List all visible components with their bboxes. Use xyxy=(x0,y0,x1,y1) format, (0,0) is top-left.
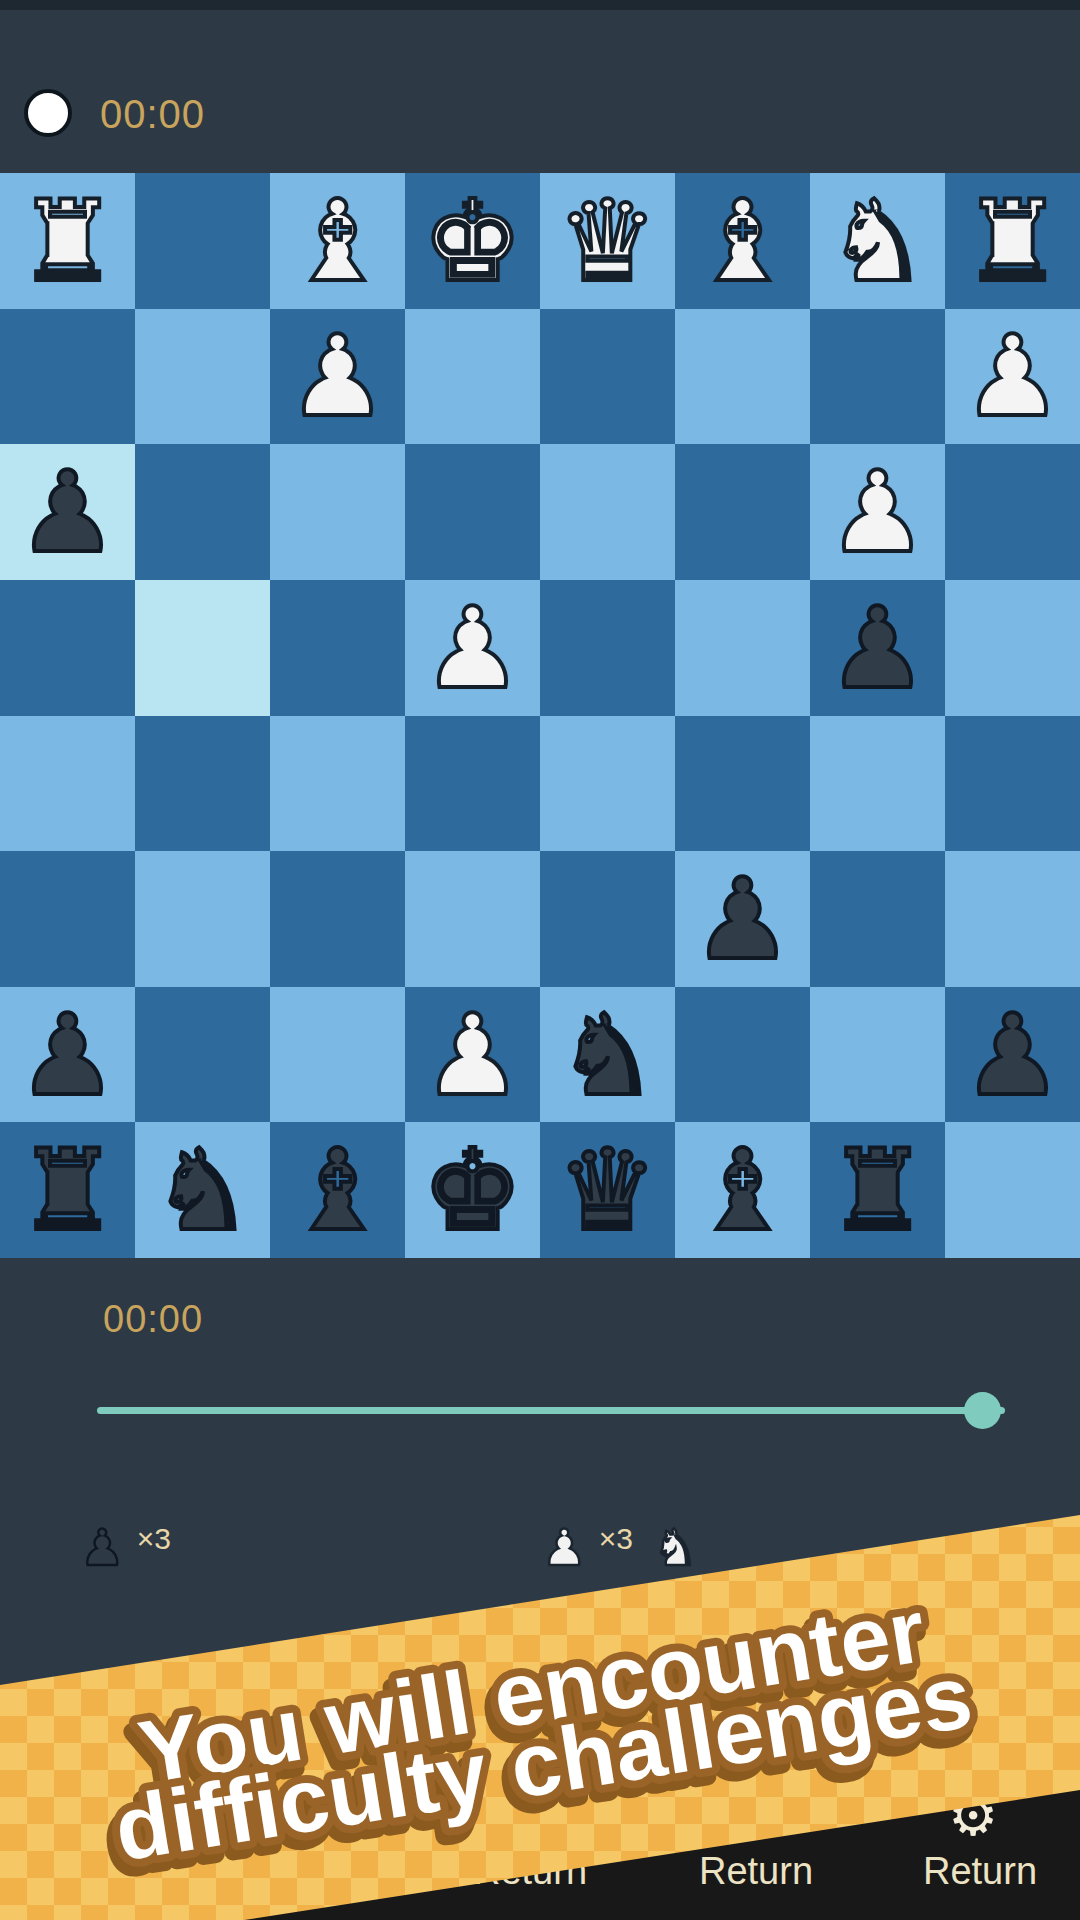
board-square[interactable]: ♜ xyxy=(0,1122,135,1258)
board-square[interactable] xyxy=(0,716,135,852)
board-square[interactable]: ♚ xyxy=(405,173,540,309)
board-square[interactable] xyxy=(675,580,810,716)
white-knight: ♞ xyxy=(827,185,927,297)
black-pawn: ♟ xyxy=(962,999,1062,1111)
black-pawn: ♟ xyxy=(692,863,792,975)
board-square[interactable] xyxy=(945,1122,1080,1258)
board-square[interactable]: ♞ xyxy=(810,173,945,309)
chess-app-screen: 00:00 ♜♝♚♛♝♞♜♟♟♟♟♟♟♟♟♟♞♟♜♞♝♚♛♝♜ 00:00 ♟ … xyxy=(0,0,1080,1920)
chess-board: ♜♝♚♛♝♞♜♟♟♟♟♟♟♟♟♟♞♟♜♞♝♚♛♝♜ xyxy=(0,173,1080,1258)
player-timer: 00:00 xyxy=(103,1298,203,1340)
nav-item-return-3[interactable]: Return xyxy=(890,1850,1070,1893)
black-king: ♚ xyxy=(422,1134,522,1246)
board-square[interactable]: ♟ xyxy=(0,987,135,1123)
black-pawn-icon: ♟ xyxy=(80,1518,125,1578)
board-square[interactable] xyxy=(135,173,270,309)
board-square[interactable] xyxy=(945,716,1080,852)
move-history-slider-handle[interactable] xyxy=(964,1392,1001,1429)
board-square[interactable] xyxy=(540,716,675,852)
black-knight: ♞ xyxy=(557,999,657,1111)
white-pawn: ♟ xyxy=(287,320,387,432)
board-square[interactable]: ♟ xyxy=(810,444,945,580)
board-square[interactable]: ♟ xyxy=(810,580,945,716)
board-square[interactable]: ♜ xyxy=(0,173,135,309)
board-square[interactable] xyxy=(270,987,405,1123)
board-square[interactable] xyxy=(675,444,810,580)
board-square[interactable]: ♛ xyxy=(540,173,675,309)
board-square[interactable]: ♟ xyxy=(945,987,1080,1123)
board-square[interactable] xyxy=(810,309,945,445)
captured-white-pieces-tray: ♟ ×3 ♞ xyxy=(542,1518,698,1578)
board-square[interactable] xyxy=(405,309,540,445)
black-pawn: ♟ xyxy=(17,999,117,1111)
black-rook: ♜ xyxy=(827,1134,927,1246)
board-square[interactable] xyxy=(675,309,810,445)
board-square[interactable] xyxy=(810,987,945,1123)
white-rook: ♜ xyxy=(17,185,117,297)
white-bishop: ♝ xyxy=(692,185,792,297)
white-pawn: ♟ xyxy=(827,456,927,568)
board-square[interactable]: ♟ xyxy=(945,309,1080,445)
board-square[interactable] xyxy=(945,580,1080,716)
board-square[interactable] xyxy=(945,444,1080,580)
black-bishop: ♝ xyxy=(692,1134,792,1246)
captured-black-pieces-tray: ♟ ×3 xyxy=(80,1518,181,1578)
white-rook: ♜ xyxy=(962,185,1062,297)
black-bishop: ♝ xyxy=(287,1134,387,1246)
board-square[interactable] xyxy=(270,716,405,852)
board-square[interactable] xyxy=(270,444,405,580)
board-square[interactable] xyxy=(135,716,270,852)
board-square[interactable] xyxy=(0,851,135,987)
board-square[interactable] xyxy=(270,851,405,987)
board-square[interactable]: ♝ xyxy=(675,173,810,309)
white-pawn: ♟ xyxy=(422,592,522,704)
board-square[interactable] xyxy=(270,580,405,716)
board-square[interactable] xyxy=(405,444,540,580)
board-square[interactable] xyxy=(405,716,540,852)
board-square[interactable]: ♜ xyxy=(945,173,1080,309)
board-square[interactable] xyxy=(810,851,945,987)
board-square[interactable]: ♝ xyxy=(270,173,405,309)
board-square[interactable] xyxy=(675,987,810,1123)
board-square[interactable]: ♞ xyxy=(135,1122,270,1258)
board-square[interactable] xyxy=(405,851,540,987)
white-turn-indicator xyxy=(24,89,72,137)
board-square[interactable]: ♝ xyxy=(270,1122,405,1258)
black-pawn: ♟ xyxy=(827,592,927,704)
black-pawn: ♟ xyxy=(17,456,117,568)
board-square[interactable] xyxy=(135,851,270,987)
board-square[interactable]: ♟ xyxy=(270,309,405,445)
status-bar xyxy=(0,0,1080,10)
white-pawn-icon: ♟ xyxy=(542,1518,587,1578)
move-history-slider-track[interactable] xyxy=(97,1407,1005,1414)
board-square[interactable] xyxy=(0,580,135,716)
captured-white-pawn-count: ×3 xyxy=(599,1522,633,1556)
board-square[interactable]: ♞ xyxy=(540,987,675,1123)
board-square[interactable]: ♝ xyxy=(675,1122,810,1258)
board-square[interactable]: ♟ xyxy=(0,444,135,580)
opponent-timer: 00:00 xyxy=(100,92,205,136)
board-square[interactable] xyxy=(540,580,675,716)
board-square[interactable]: ♟ xyxy=(675,851,810,987)
board-square[interactable] xyxy=(135,987,270,1123)
white-knight-icon: ♞ xyxy=(653,1518,698,1578)
board-square[interactable] xyxy=(945,851,1080,987)
board-square[interactable] xyxy=(135,580,270,716)
board-square[interactable]: ♛ xyxy=(540,1122,675,1258)
captured-black-pawn-count: ×3 xyxy=(137,1522,171,1556)
white-pawn: ♟ xyxy=(422,999,522,1111)
white-queen: ♛ xyxy=(557,185,657,297)
board-square[interactable]: ♜ xyxy=(810,1122,945,1258)
board-square[interactable]: ♟ xyxy=(405,987,540,1123)
white-bishop: ♝ xyxy=(287,185,387,297)
board-square[interactable] xyxy=(135,309,270,445)
board-square[interactable] xyxy=(810,716,945,852)
board-square[interactable]: ♚ xyxy=(405,1122,540,1258)
board-square[interactable] xyxy=(540,444,675,580)
black-rook: ♜ xyxy=(17,1134,117,1246)
board-square[interactable] xyxy=(0,309,135,445)
board-square[interactable]: ♟ xyxy=(405,580,540,716)
white-king: ♚ xyxy=(422,185,522,297)
white-pawn: ♟ xyxy=(962,320,1062,432)
black-knight: ♞ xyxy=(152,1134,252,1246)
black-queen: ♛ xyxy=(557,1134,657,1246)
board-square[interactable] xyxy=(540,851,675,987)
board-square[interactable] xyxy=(540,309,675,445)
board-square[interactable] xyxy=(675,716,810,852)
board-square[interactable] xyxy=(135,444,270,580)
